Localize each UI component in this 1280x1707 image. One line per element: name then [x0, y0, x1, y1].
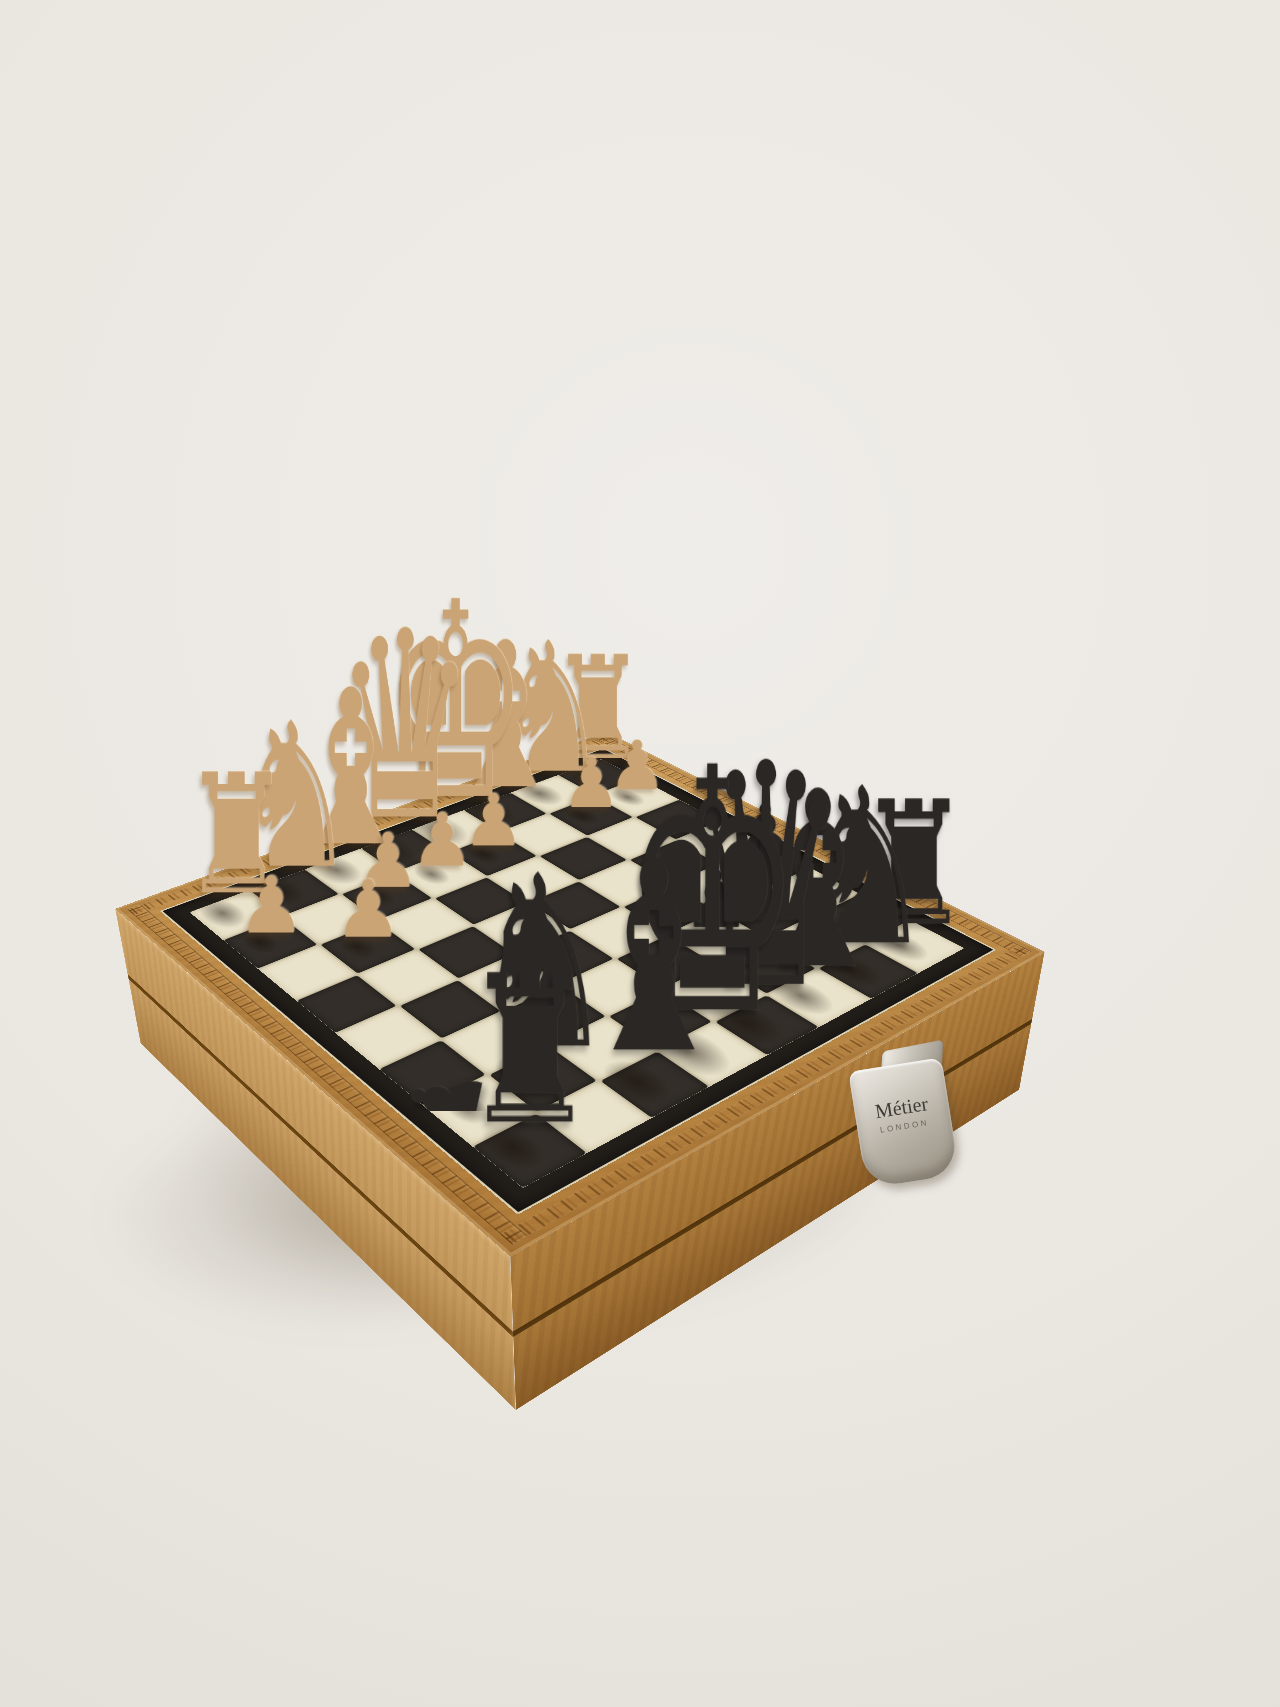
clasp-tab: Métier LONDON [848, 1057, 959, 1188]
photo-background: ♜♞♝♚♛♝♞♜♟♟♟♟♟♟♟♜♞♝♛♚♝♞♜♟♟♟ Métier LONDON [0, 0, 1280, 1707]
black-rook-glyph: ♜ [348, 955, 711, 1149]
clasp: Métier LONDON [845, 1040, 965, 1192]
scene-3d: ♜♞♝♚♛♝♞♜♟♟♟♟♟♟♟♜♞♝♛♚♝♞♜♟♟♟ [0, 0, 1280, 1707]
